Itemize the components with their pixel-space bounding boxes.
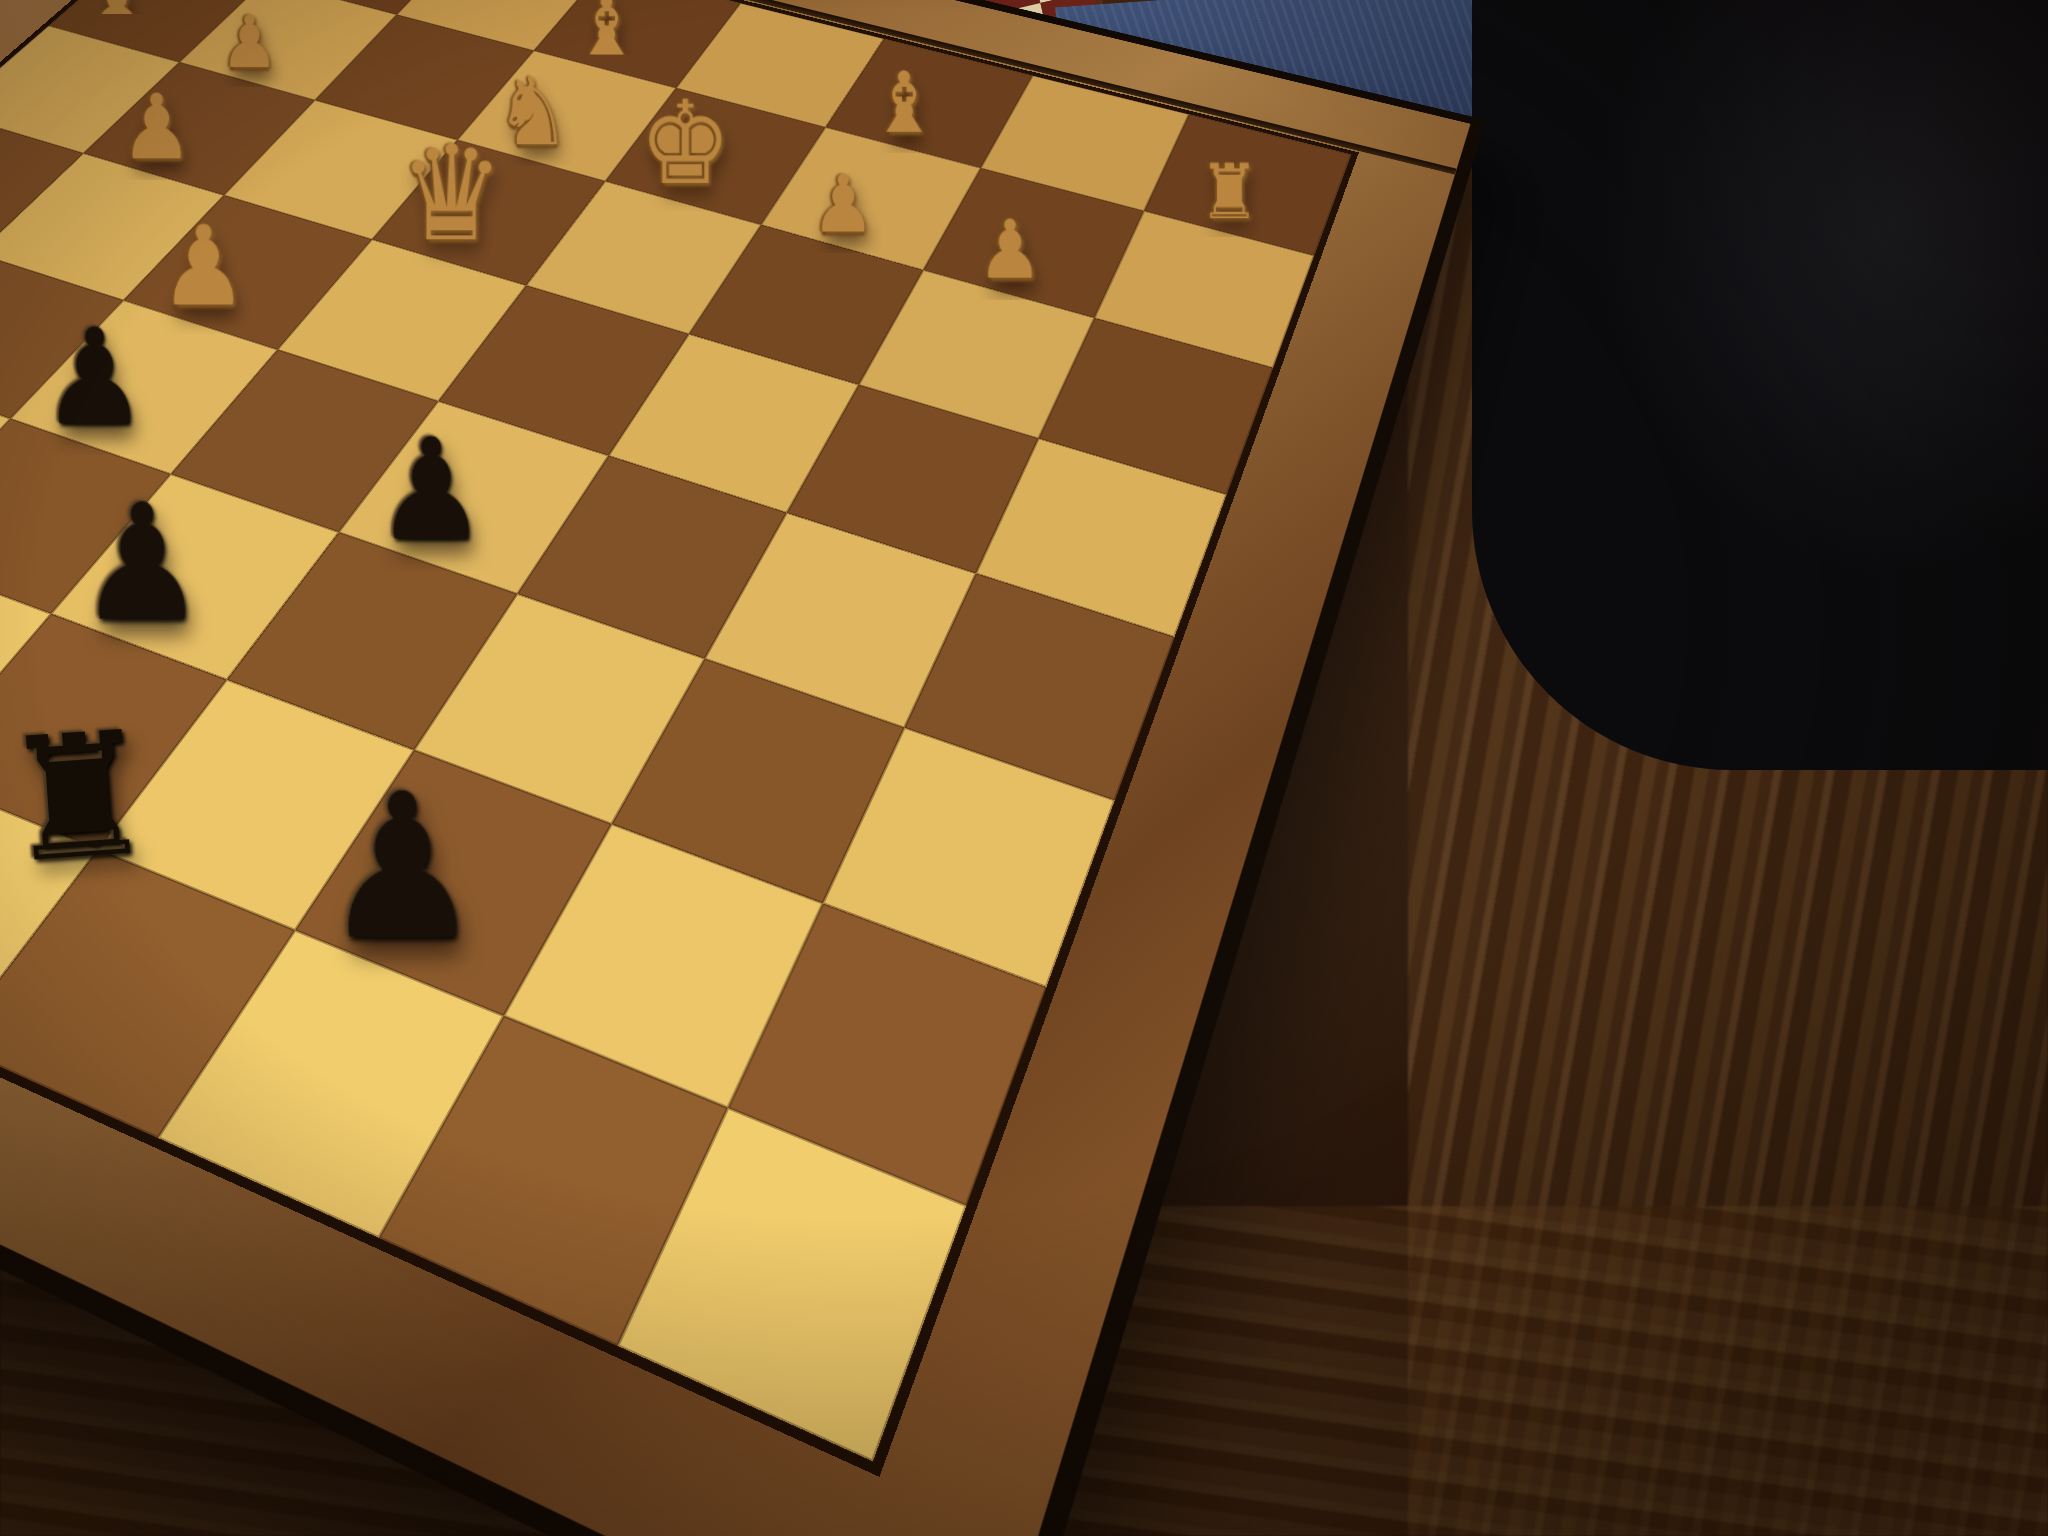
piece-wP-b2: ♟: [977, 212, 1042, 289]
piece-wP-g2: ♟: [221, 8, 279, 77]
piece-bN-f6: ♞: [0, 392, 49, 576]
piece-bP-d5: ♟: [375, 423, 487, 556]
piece-wN-e2: ♞: [496, 67, 572, 157]
piece-wB-c1: ♝: [871, 64, 938, 144]
captured-black-rook: ♜: [0, 707, 160, 887]
piece-wP-h2: ♟: [88, 0, 145, 40]
piece-bP-f5: ♟: [41, 314, 147, 440]
piece-bP-c7: ♟: [322, 773, 483, 964]
photo-scene: 121234567891011 121234567891011 ♜♝♝♜♟♟♞♚…: [0, 0, 2048, 1536]
piece-wK-d2: ♚: [639, 89, 731, 199]
piece-wQ-e3: ♛: [399, 132, 505, 257]
piece-bP-e6: ♟: [78, 487, 207, 640]
square-a1: ♜: [1144, 114, 1351, 255]
board-grid: ♜♝♝♜♟♟♞♚♟♟♟♛♟♞♟♟♟♟♛♞♟♚♝♟♜: [0, 0, 1351, 1461]
piece-wP-c2: ♟: [812, 167, 876, 243]
square-a8: [617, 1107, 967, 1461]
black-chair: [1472, 0, 2048, 770]
piece-wB-e1: ♝: [575, 0, 639, 65]
piece-wP-g3: ♟: [121, 84, 193, 170]
piece-wP-f4: ♟: [159, 215, 248, 320]
piece-wR-a1: ♜: [1199, 156, 1260, 229]
